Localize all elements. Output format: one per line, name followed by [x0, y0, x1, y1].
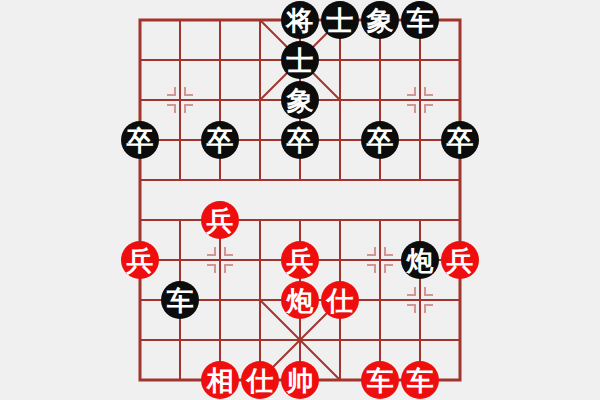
piece-red-chariot[interactable]: 车 — [361, 361, 399, 399]
piece-black-pawn[interactable]: 卒 — [361, 121, 399, 159]
piece-red-cannon[interactable]: 炮 — [281, 281, 319, 319]
xiangqi-board[interactable]: 将士象车士象卒卒卒卒卒兵兵兵炮兵车炮仕相仕帅车车 — [120, 0, 480, 400]
piece-red-advisor[interactable]: 仕 — [241, 361, 279, 399]
board-area: 将士象车士象卒卒卒卒卒兵兵兵炮兵车炮仕相仕帅车车 — [0, 0, 600, 400]
piece-black-pawn[interactable]: 卒 — [441, 121, 479, 159]
piece-red-elephant[interactable]: 相 — [201, 361, 239, 399]
piece-black-advisor[interactable]: 士 — [281, 41, 319, 79]
piece-red-pawn[interactable]: 兵 — [441, 241, 479, 279]
piece-black-general[interactable]: 将 — [281, 1, 319, 39]
piece-black-advisor[interactable]: 士 — [321, 1, 359, 39]
piece-black-pawn[interactable]: 卒 — [201, 121, 239, 159]
piece-red-chariot[interactable]: 车 — [401, 361, 439, 399]
piece-black-elephant[interactable]: 象 — [281, 81, 319, 119]
piece-red-pawn[interactable]: 兵 — [201, 201, 239, 239]
piece-black-chariot[interactable]: 车 — [401, 1, 439, 39]
piece-black-pawn[interactable]: 卒 — [121, 121, 159, 159]
piece-red-general[interactable]: 帅 — [281, 361, 319, 399]
piece-red-pawn[interactable]: 兵 — [281, 241, 319, 279]
piece-black-cannon[interactable]: 炮 — [401, 241, 439, 279]
piece-black-chariot[interactable]: 车 — [161, 281, 199, 319]
piece-black-pawn[interactable]: 卒 — [281, 121, 319, 159]
piece-black-elephant[interactable]: 象 — [361, 1, 399, 39]
piece-red-pawn[interactable]: 兵 — [121, 241, 159, 279]
piece-red-advisor[interactable]: 仕 — [321, 281, 359, 319]
